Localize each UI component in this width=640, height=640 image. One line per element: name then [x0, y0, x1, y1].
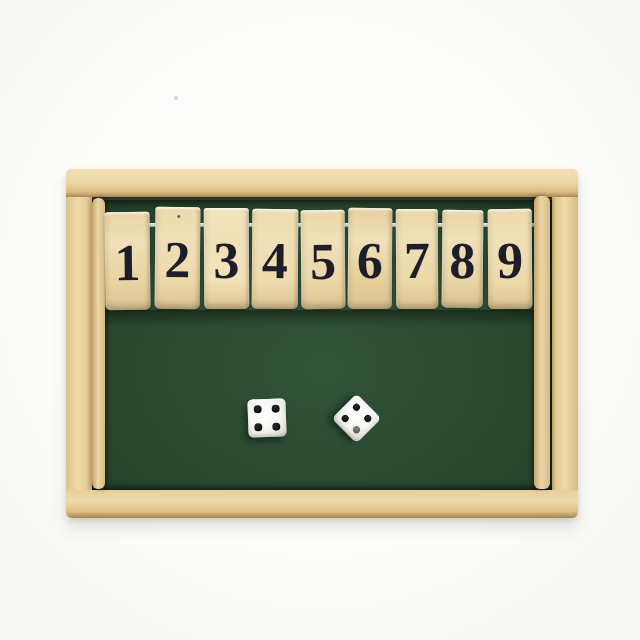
tile-8[interactable]: 8	[442, 210, 484, 308]
frame-left-rail	[66, 169, 92, 518]
tile-7[interactable]: 7	[396, 209, 439, 309]
tile-5[interactable]: 5	[301, 210, 346, 309]
tile-number-4: 4	[262, 235, 288, 287]
die-1-showing-4[interactable]	[247, 398, 286, 437]
tile-row-shadow	[105, 310, 534, 327]
right-post	[534, 196, 550, 489]
tile-4[interactable]: 4	[252, 209, 299, 309]
tile-3[interactable]: 3	[204, 208, 250, 309]
shut-the-box-board: 123456789	[66, 169, 578, 518]
frame-right-rail	[552, 169, 578, 518]
left-post	[92, 198, 105, 489]
tile-number-6: 6	[357, 234, 383, 286]
tile-2[interactable]: 2	[155, 207, 201, 309]
tile-number-5: 5	[310, 235, 336, 287]
tile-1[interactable]: 1	[104, 212, 150, 310]
frame-inner-seam	[92, 197, 552, 200]
die-pip	[352, 425, 362, 435]
tile-number-9: 9	[497, 235, 523, 287]
die-pip	[254, 423, 262, 431]
tile-number-1: 1	[114, 237, 141, 289]
tile-number-8: 8	[449, 235, 475, 287]
frame-bottom-rail	[66, 490, 578, 518]
die-pip	[363, 414, 373, 424]
tile-9[interactable]: 9	[488, 209, 533, 309]
die-pip	[352, 402, 362, 412]
tile-number-2: 2	[164, 234, 190, 286]
die-pip	[254, 405, 262, 413]
frame-top-rail	[66, 169, 578, 197]
background-speck	[174, 96, 178, 100]
tile-number-3: 3	[213, 234, 239, 286]
die-pip	[272, 405, 280, 413]
product-photo-scene: 123456789	[0, 0, 640, 640]
wood-blemish	[177, 215, 180, 218]
tile-number-7: 7	[404, 235, 430, 287]
die-pip	[340, 414, 350, 424]
tile-6[interactable]: 6	[348, 208, 393, 309]
die-pip	[272, 423, 280, 431]
